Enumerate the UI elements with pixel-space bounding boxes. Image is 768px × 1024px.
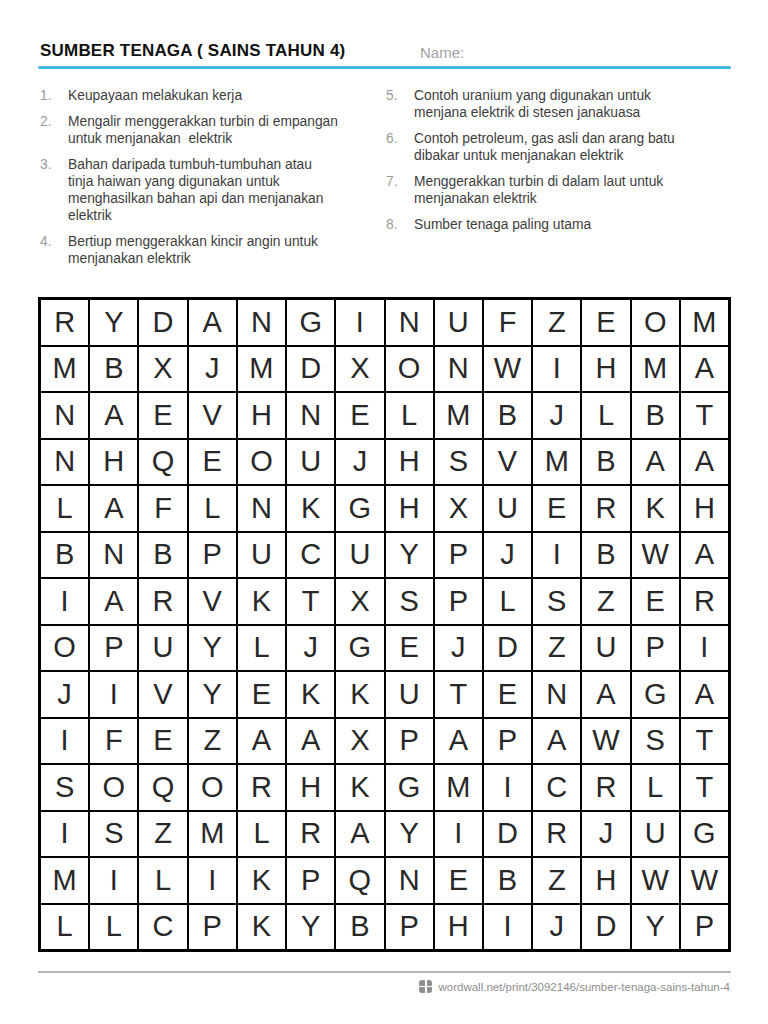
grid-cell-2-4[interactable]: J [189,347,236,392]
grid-cell-6-13[interactable]: W [632,533,679,578]
page-title: SUMBER TENAGA ( SAINS TAHUN 4) [40,41,345,61]
clue-list-left: 1. Keupayaan melakukan kerja 2. Mengalir… [40,87,340,267]
grid-cell-6-7[interactable]: U [336,533,383,578]
grid-cell-10-8[interactable]: P [386,719,433,764]
grid-cell-2-12[interactable]: H [582,347,629,392]
clue-number: 8. [386,216,414,233]
grid-cell-4-8[interactable]: H [386,440,433,485]
grid-cell-12-8[interactable]: Y [386,812,433,857]
grid-cell-10-6[interactable]: A [287,719,334,764]
grid-cell-6-4[interactable]: P [189,533,236,578]
grid-cell-1-7[interactable]: I [336,300,383,345]
grid-cell-1-13[interactable]: O [632,300,679,345]
clue-list-right: 5. Contoh uranium yang digunakan untuk m… [386,87,704,233]
grid-cell-13-7[interactable]: Q [336,858,383,903]
footer-rule [38,971,731,973]
grid-cell-13-14[interactable]: W [681,858,728,903]
grid-cell-5-2[interactable]: A [90,486,137,531]
grid-cell-13-8[interactable]: N [386,858,433,903]
grid-cell-7-8[interactable]: S [386,579,433,624]
grid-cell-10-1[interactable]: I [41,719,88,764]
grid-cell-10-3[interactable]: E [139,719,186,764]
grid-cell-11-3[interactable]: Q [139,765,186,810]
grid-cell-9-9[interactable]: T [435,672,482,717]
grid-cell-7-12[interactable]: Z [582,579,629,624]
grid-cell-8-9[interactable]: J [435,626,482,671]
clue-item-2: 2. Mengalir menggerakkan turbin di empan… [40,113,340,147]
grid-cell-4-4[interactable]: E [189,440,236,485]
grid-cell-9-11[interactable]: N [533,672,580,717]
grid-cell-5-7[interactable]: G [336,486,383,531]
grid-cell-4-6[interactable]: U [287,440,334,485]
clue-number: 5. [386,87,414,121]
grid-cell-7-3[interactable]: R [139,579,186,624]
grid-cell-9-8[interactable]: U [386,672,433,717]
grid-cell-2-7[interactable]: X [336,347,383,392]
grid-cell-2-2[interactable]: B [90,347,137,392]
grid-cell-3-2[interactable]: A [90,393,137,438]
clue-number: 3. [40,156,68,224]
grid-cell-2-8[interactable]: O [386,347,433,392]
wordwall-logo-icon [419,980,432,993]
grid-cell-13-13[interactable]: W [632,858,679,903]
grid-cell-10-5[interactable]: A [238,719,285,764]
grid-cell-13-2[interactable]: I [90,858,137,903]
header-rule [38,66,731,69]
grid-cell-8-1[interactable]: O [41,626,88,671]
grid-cell-5-13[interactable]: K [632,486,679,531]
grid-cell-8-3[interactable]: U [139,626,186,671]
grid-cell-2-13[interactable]: M [632,347,679,392]
grid-cell-9-7[interactable]: K [336,672,383,717]
grid-cell-10-10[interactable]: P [484,719,531,764]
worksheet-page: SUMBER TENAGA ( SAINS TAHUN 4) Name: 1. … [0,0,768,1024]
grid-cell-6-12[interactable]: B [582,533,629,578]
grid-cell-6-9[interactable]: P [435,533,482,578]
grid-cell-6-2[interactable]: N [90,533,137,578]
clue-item-1: 1. Keupayaan melakukan kerja [40,87,340,104]
grid-cell-3-9[interactable]: M [435,393,482,438]
grid-cell-10-13[interactable]: S [632,719,679,764]
word-search-grid: RYDANGINUFZEOMMBXJMDXONWIHMANAEVHNELMBJL… [38,297,731,952]
grid-cell-13-11[interactable]: Z [533,858,580,903]
grid-cell-2-9[interactable]: N [435,347,482,392]
grid-cell-11-6[interactable]: H [287,765,334,810]
clue-text: Mengalir menggerakkan turbin di empangan… [68,113,340,147]
grid-cell-12-11[interactable]: R [533,812,580,857]
grid-cell-4-12[interactable]: B [582,440,629,485]
grid-cell-2-3[interactable]: X [139,347,186,392]
grid-cell-2-5[interactable]: M [238,347,285,392]
grid-cell-1-11[interactable]: Z [533,300,580,345]
grid-cell-2-6[interactable]: D [287,347,334,392]
grid-cell-2-14[interactable]: A [681,347,728,392]
grid-cell-3-11[interactable]: J [533,393,580,438]
grid-cell-10-14[interactable]: T [681,719,728,764]
grid-cell-5-6[interactable]: K [287,486,334,531]
grid-cell-12-12[interactable]: J [582,812,629,857]
grid-cell-10-11[interactable]: A [533,719,580,764]
grid-cell-5-3[interactable]: F [139,486,186,531]
grid-cell-6-8[interactable]: Y [386,533,433,578]
grid-cell-8-8[interactable]: E [386,626,433,671]
grid-cell-8-13[interactable]: P [632,626,679,671]
clue-text: Menggerakkan turbin di dalam laut untuk … [414,173,704,207]
grid-cell-5-11[interactable]: E [533,486,580,531]
grid-cell-14-1[interactable]: L [41,905,88,950]
grid-cell-1-9[interactable]: U [435,300,482,345]
grid-cell-2-10[interactable]: W [484,347,531,392]
grid-cell-14-5[interactable]: K [238,905,285,950]
grid-cell-12-9[interactable]: I [435,812,482,857]
grid-cell-7-6[interactable]: T [287,579,334,624]
name-label: Name: [420,44,464,61]
grid-cell-13-4[interactable]: I [189,858,236,903]
grid-cell-10-2[interactable]: F [90,719,137,764]
grid-cell-8-12[interactable]: U [582,626,629,671]
grid-cell-7-10[interactable]: L [484,579,531,624]
grid-cell-7-11[interactable]: S [533,579,580,624]
grid-cell-3-3[interactable]: E [139,393,186,438]
grid-cell-11-7[interactable]: K [336,765,383,810]
grid-cell-3-13[interactable]: B [632,393,679,438]
grid-cell-7-5[interactable]: K [238,579,285,624]
grid-cell-9-10[interactable]: E [484,672,531,717]
grid-cell-13-12[interactable]: H [582,858,629,903]
clue-item-4: 4. Bertiup menggerakkan kincir angin unt… [40,233,340,267]
grid-cell-10-7[interactable]: X [336,719,383,764]
grid-cell-6-10[interactable]: J [484,533,531,578]
grid-cell-8-5[interactable]: L [238,626,285,671]
grid-cell-4-3[interactable]: Q [139,440,186,485]
grid-cell-4-2[interactable]: H [90,440,137,485]
grid-cell-5-5[interactable]: N [238,486,285,531]
grid-cell-7-13[interactable]: E [632,579,679,624]
grid-cell-4-1[interactable]: N [41,440,88,485]
grid-cell-9-2[interactable]: I [90,672,137,717]
grid-cell-11-11[interactable]: C [533,765,580,810]
grid-cell-7-14[interactable]: R [681,579,728,624]
grid-cell-14-7[interactable]: B [336,905,383,950]
grid-cell-9-13[interactable]: G [632,672,679,717]
grid-cell-14-14[interactable]: P [681,905,728,950]
grid-cell-3-14[interactable]: T [681,393,728,438]
clue-item-8: 8. Sumber tenaga paling utama [386,216,704,233]
grid-cell-10-12[interactable]: W [582,719,629,764]
grid-cell-1-8[interactable]: N [386,300,433,345]
grid-cell-4-10[interactable]: V [484,440,531,485]
grid-cell-4-13[interactable]: A [632,440,679,485]
grid-cell-11-14[interactable]: T [681,765,728,810]
grid-cell-1-12[interactable]: E [582,300,629,345]
grid-cell-3-6[interactable]: N [287,393,334,438]
grid-cell-12-4[interactable]: M [189,812,236,857]
grid-cell-11-12[interactable]: R [582,765,629,810]
grid-cell-2-11[interactable]: I [533,347,580,392]
grid-cell-11-2[interactable]: O [90,765,137,810]
grid-cell-13-1[interactable]: M [41,858,88,903]
grid-cell-5-12[interactable]: R [582,486,629,531]
grid-cell-3-4[interactable]: V [189,393,236,438]
grid-cell-8-4[interactable]: Y [189,626,236,671]
grid-cell-13-6[interactable]: P [287,858,334,903]
grid-cell-12-10[interactable]: D [484,812,531,857]
clue-item-7: 7. Menggerakkan turbin di dalam laut unt… [386,173,704,207]
grid-cell-5-8[interactable]: H [386,486,433,531]
grid-cell-4-7[interactable]: J [336,440,383,485]
grid-cell-8-10[interactable]: D [484,626,531,671]
grid-cell-1-10[interactable]: F [484,300,531,345]
grid-cell-14-2[interactable]: L [90,905,137,950]
grid-cell-3-12[interactable]: L [582,393,629,438]
footer-url: wordwall.net/print/3092146/sumber-tenaga… [438,981,730,993]
grid-cell-11-5[interactable]: R [238,765,285,810]
grid-cell-6-3[interactable]: B [139,533,186,578]
grid-cell-3-7[interactable]: E [336,393,383,438]
grid-cell-3-5[interactable]: H [238,393,285,438]
grid-cell-1-14[interactable]: M [681,300,728,345]
grid-cell-14-9[interactable]: H [435,905,482,950]
grid-cell-9-14[interactable]: A [681,672,728,717]
grid-cell-1-1[interactable]: R [41,300,88,345]
grid-cell-9-6[interactable]: K [287,672,334,717]
grid-cell-11-13[interactable]: L [632,765,679,810]
grid-cell-14-10[interactable]: I [484,905,531,950]
grid-cell-9-1[interactable]: J [41,672,88,717]
grid-cell-7-2[interactable]: A [90,579,137,624]
clue-text: Contoh petroleum, gas asli dan arang bat… [414,130,704,164]
clue-text: Bertiup menggerakkan kincir angin untuk … [68,233,340,267]
grid-cell-14-13[interactable]: Y [632,905,679,950]
grid-cell-10-4[interactable]: Z [189,719,236,764]
grid-cell-11-8[interactable]: G [386,765,433,810]
grid-cell-4-9[interactable]: S [435,440,482,485]
clue-text: Contoh uranium yang digunakan untuk menj… [414,87,704,121]
grid-cell-14-3[interactable]: C [139,905,186,950]
grid-cell-8-2[interactable]: P [90,626,137,671]
grid-cell-14-11[interactable]: J [533,905,580,950]
grid-cell-7-4[interactable]: V [189,579,236,624]
grid-cell-6-6[interactable]: C [287,533,334,578]
clue-text: Keupayaan melakukan kerja [68,87,340,104]
grid-cell-9-4[interactable]: Y [189,672,236,717]
grid-cell-4-5[interactable]: O [238,440,285,485]
grid-cell-12-13[interactable]: U [632,812,679,857]
grid-cell-7-7[interactable]: X [336,579,383,624]
clue-number: 6. [386,130,414,164]
grid-cell-6-5[interactable]: U [238,533,285,578]
grid-cell-13-3[interactable]: L [139,858,186,903]
grid-cell-8-14[interactable]: I [681,626,728,671]
grid-cell-3-8[interactable]: L [386,393,433,438]
grid-cell-1-5[interactable]: N [238,300,285,345]
grid-cell-8-11[interactable]: Z [533,626,580,671]
grid-cell-10-9[interactable]: A [435,719,482,764]
grid-cell-12-7[interactable]: A [336,812,383,857]
grid-cell-9-12[interactable]: A [582,672,629,717]
grid-cell-6-14[interactable]: A [681,533,728,578]
grid-cell-14-4[interactable]: P [189,905,236,950]
clue-number: 2. [40,113,68,147]
grid-cell-7-9[interactable]: P [435,579,482,624]
grid-cell-5-1[interactable]: L [41,486,88,531]
clue-text: Sumber tenaga paling utama [414,216,704,233]
grid-cell-13-9[interactable]: E [435,858,482,903]
grid-cell-6-11[interactable]: I [533,533,580,578]
clue-number: 1. [40,87,68,104]
grid-cell-1-3[interactable]: D [139,300,186,345]
clue-item-6: 6. Contoh petroleum, gas asli dan arang … [386,130,704,164]
grid-cell-3-10[interactable]: B [484,393,531,438]
clue-number: 4. [40,233,68,267]
grid-cell-13-5[interactable]: K [238,858,285,903]
grid-cell-5-4[interactable]: L [189,486,236,531]
grid-cell-13-10[interactable]: B [484,858,531,903]
grid-cell-2-1[interactable]: M [41,347,88,392]
grid-cell-5-9[interactable]: X [435,486,482,531]
grid-cell-4-11[interactable]: M [533,440,580,485]
clue-number: 7. [386,173,414,207]
grid-cell-6-1[interactable]: B [41,533,88,578]
grid-cell-14-6[interactable]: Y [287,905,334,950]
grid-cell-11-9[interactable]: M [435,765,482,810]
clue-item-3: 3. Bahan daripada tumbuh-tumbuhan atau t… [40,156,340,224]
grid-cell-12-3[interactable]: Z [139,812,186,857]
grid-cell-1-4[interactable]: A [189,300,236,345]
grid-cell-7-1[interactable]: I [41,579,88,624]
grid-cell-11-10[interactable]: I [484,765,531,810]
grid-cell-5-14[interactable]: H [681,486,728,531]
grid-cell-11-4[interactable]: O [189,765,236,810]
grid-cell-5-10[interactable]: U [484,486,531,531]
clue-item-5: 5. Contoh uranium yang digunakan untuk m… [386,87,704,121]
footer: wordwall.net/print/3092146/sumber-tenaga… [419,980,730,993]
clue-text: Bahan daripada tumbuh-tumbuhan atau tinj… [68,156,340,224]
grid-cell-14-8[interactable]: P [386,905,433,950]
grid-cell-12-6[interactable]: R [287,812,334,857]
grid-cell-14-12[interactable]: D [582,905,629,950]
grid-cell-1-6[interactable]: G [287,300,334,345]
grid-cell-12-1[interactable]: I [41,812,88,857]
grid-cell-8-6[interactable]: J [287,626,334,671]
grid-cell-9-5[interactable]: E [238,672,285,717]
grid-cell-12-5[interactable]: L [238,812,285,857]
grid-cell-9-3[interactable]: V [139,672,186,717]
grid-cell-3-1[interactable]: N [41,393,88,438]
grid-cell-4-14[interactable]: A [681,440,728,485]
grid-cell-1-2[interactable]: Y [90,300,137,345]
grid-cell-12-14[interactable]: G [681,812,728,857]
grid-cell-8-7[interactable]: G [336,626,383,671]
grid-cell-11-1[interactable]: S [41,765,88,810]
grid-cell-12-2[interactable]: S [90,812,137,857]
